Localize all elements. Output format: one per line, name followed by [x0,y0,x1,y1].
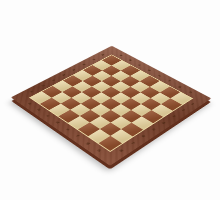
square-f5 [121,98,141,110]
square-e2 [79,110,100,123]
square-e3 [90,104,111,116]
square-c2 [60,98,80,110]
square-f4 [111,104,132,116]
coordinate-mark: b [36,108,41,111]
square-g3 [111,116,132,129]
coordinate-mark: e [157,75,162,78]
square-h4 [132,117,153,130]
square-f2 [90,116,111,129]
coordinate-mark: b [128,59,132,61]
board-field [31,55,191,150]
square-f1 [78,123,99,136]
square-d2 [70,104,91,116]
coordinate-mark: c [137,64,141,66]
square-h3 [121,123,142,136]
coordinate-mark: 5 [151,128,156,131]
square-g4 [121,110,142,123]
coordinate-mark: h [96,149,102,153]
coordinate-mark: 3 [171,115,176,118]
coords-right: 12345678 [113,100,200,157]
coordinate-mark: 8 [119,149,124,153]
coords-bottom: abcdefgh [22,99,107,156]
chess-board: abcdefgh abcdefgh 87654321 12345678 [11,46,212,166]
square-b1 [40,98,60,110]
coordinate-mark: 5 [71,69,76,72]
square-g6 [141,98,161,110]
square-h1 [99,136,121,150]
coordinate-mark: f [167,80,171,82]
coordinate-mark: 6 [141,135,146,138]
coordinate-mark: 4 [161,122,166,125]
coordinate-mark: d [147,69,152,72]
product-photo: abcdefgh abcdefgh 87654321 12345678 [0,0,220,200]
coordinate-mark: g [177,85,182,88]
coordinate-mark: e [65,128,70,131]
coordinate-mark: 4 [61,74,66,77]
coordinate-mark: 2 [40,85,45,88]
square-e4 [101,98,121,110]
square-c1 [49,104,70,116]
coordinate-mark: c [46,115,51,118]
coordinate-mark: a [27,102,32,105]
coordinate-mark: 1 [190,103,195,106]
coordinate-mark: 6 [81,64,86,66]
square-h5 [142,110,163,123]
square-d3 [81,98,101,110]
coordinate-mark: a [119,54,123,56]
board-frame: abcdefgh abcdefgh 87654321 12345678 [11,46,212,166]
square-e1 [68,116,89,129]
coordinate-mark: g [85,141,90,144]
square-h2 [110,130,132,144]
square-f3 [100,110,121,123]
coordinate-mark: 8 [100,54,104,56]
square-g1 [89,129,111,143]
coordinate-mark: 7 [91,59,95,61]
coordinate-mark: 1 [29,90,34,93]
coordinate-mark: 2 [181,109,186,112]
coordinate-mark: 3 [51,79,56,82]
coordinate-mark: h [188,91,193,94]
square-g5 [131,104,152,116]
coordinate-mark: f [75,135,80,138]
square-h7 [162,98,182,110]
coordinate-mark: d [55,121,60,124]
coordinate-mark: 7 [130,142,135,145]
square-h6 [152,104,173,116]
square-d1 [59,110,80,123]
square-g2 [100,123,121,136]
